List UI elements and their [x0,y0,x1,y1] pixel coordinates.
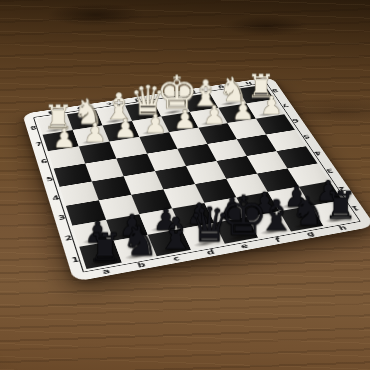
white-pawn: ♟ [144,111,167,137]
board-grid: ♜♞♝♛♚♝♞♜♟♟♟♟♟♟♟♟♟♟♟♟♟♟♟♟♜♞♝♛♚♝♞♜ [37,85,355,269]
black-bishop: ♝ [156,212,195,256]
black-rook: ♜ [87,229,123,269]
photo-scene: ♜♞♝♛♚♝♞♜♟♟♟♟♟♟♟♟♟♟♟♟♟♟♟♟♜♞♝♛♚♝♞♜ abcdefg… [0,0,370,370]
black-rook: ♜ [324,188,358,226]
white-pawn: ♟ [83,120,107,146]
black-knight: ♞ [291,191,327,231]
white-pawn: ♟ [114,115,137,141]
white-pawn: ♟ [52,124,76,150]
chess-board-mat: ♜♞♝♛♚♝♞♜♟♟♟♟♟♟♟♟♟♟♟♟♟♟♟♟♜♞♝♛♚♝♞♜ abcdefg… [22,77,370,282]
white-pawn: ♟ [203,102,226,128]
white-pawn: ♟ [232,97,255,122]
white-pawn: ♟ [173,106,196,132]
black-knight: ♞ [122,220,159,262]
